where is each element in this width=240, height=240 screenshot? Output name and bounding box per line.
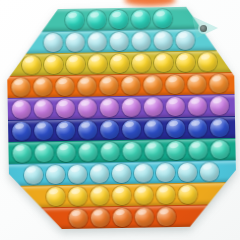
bubble-r6c2-unpopped[interactable] — [34, 121, 53, 140]
bubble-r1c3-unpopped[interactable] — [109, 9, 128, 28]
bubble-r7c1-unpopped[interactable] — [12, 144, 31, 163]
bubble-socket — [155, 206, 176, 227]
bubble-r3c2-unpopped[interactable] — [43, 55, 62, 74]
popit-toy — [0, 0, 240, 240]
bubble-r10c5-unpopped[interactable] — [156, 207, 175, 226]
bubble-socket — [186, 117, 207, 138]
bubble-socket — [42, 32, 63, 53]
bubble-r7c5-unpopped[interactable] — [100, 142, 119, 161]
bubble-socket — [120, 119, 141, 140]
bubble-r4c10-unpopped[interactable] — [209, 74, 228, 93]
bubble-r8c5-unpopped[interactable] — [111, 164, 130, 183]
bubble-r8c7-unpopped[interactable] — [155, 163, 174, 182]
bubble-r4c9-unpopped[interactable] — [187, 74, 206, 93]
popit-toy-wrap — [0, 0, 240, 240]
bubble-r1c1-unpopped[interactable] — [65, 10, 84, 29]
bubble-r2c7-unpopped[interactable] — [175, 31, 194, 50]
bubble-socket — [88, 163, 109, 184]
bubble-r6c7-unpopped[interactable] — [143, 119, 162, 138]
bubble-r7c4-unpopped[interactable] — [78, 142, 97, 161]
bubble-socket — [152, 8, 173, 29]
bubble-r6c5-unpopped[interactable] — [100, 120, 119, 139]
bubble-socket — [86, 53, 107, 74]
bubble-socket — [186, 73, 207, 94]
bubble-r7c9-unpopped[interactable] — [188, 140, 207, 159]
bubble-r6c6-unpopped[interactable] — [121, 120, 140, 139]
bubble-r7c2-unpopped[interactable] — [34, 143, 53, 162]
bubble-r4c8-unpopped[interactable] — [165, 75, 184, 94]
bubble-r4c7-unpopped[interactable] — [143, 75, 162, 94]
bubble-r9c1-unpopped[interactable] — [46, 187, 65, 206]
bubble-r5c3-unpopped[interactable] — [55, 99, 74, 118]
bubble-socket — [121, 141, 142, 162]
bubble-socket — [132, 162, 153, 183]
popit-rows — [0, 6, 240, 230]
bubble-socket — [54, 98, 75, 119]
bubble-r8c9-unpopped[interactable] — [199, 162, 218, 181]
bubble-socket — [120, 97, 141, 118]
bubble-socket — [64, 9, 85, 30]
bubble-socket — [45, 186, 66, 207]
bubble-r4c4-unpopped[interactable] — [77, 76, 96, 95]
bubble-r6c1-unpopped[interactable] — [12, 122, 31, 141]
bubble-socket — [89, 207, 110, 228]
bubble-socket — [174, 30, 195, 51]
bubble-r3c1-unpopped[interactable] — [21, 55, 40, 74]
bubble-socket — [198, 161, 219, 182]
bubble-r3c5-unpopped[interactable] — [109, 54, 128, 73]
bubble-r6c9-unpopped[interactable] — [187, 118, 206, 137]
bubble-r1c5-unpopped[interactable] — [153, 9, 172, 28]
bubble-socket — [20, 54, 41, 75]
bubble-r1c4-unpopped[interactable] — [131, 9, 150, 28]
bubble-socket — [98, 75, 119, 96]
bubble-socket — [86, 31, 107, 52]
bubble-socket — [164, 118, 185, 139]
bubble-r8c3-unpopped[interactable] — [67, 165, 86, 184]
bubble-socket — [42, 54, 63, 75]
bubble-r8c6-unpopped[interactable] — [133, 163, 152, 182]
bubble-socket — [164, 74, 185, 95]
bubble-socket — [64, 54, 85, 75]
bubble-r2c4-unpopped[interactable] — [109, 32, 128, 51]
bubble-r9c5-unpopped[interactable] — [134, 185, 153, 204]
bubble-r7c10-unpopped[interactable] — [210, 140, 229, 159]
bubble-r4c5-unpopped[interactable] — [99, 76, 118, 95]
bubble-r10c3-unpopped[interactable] — [112, 208, 131, 227]
bubble-r8c2-unpopped[interactable] — [45, 165, 64, 184]
bubble-socket — [196, 51, 217, 72]
bubble-r7c6-unpopped[interactable] — [122, 142, 141, 161]
bubble-socket — [22, 164, 43, 185]
popit-row-10-red-orange — [2, 204, 240, 230]
bubble-r5c8-unpopped[interactable] — [165, 97, 184, 116]
bubble-socket — [32, 120, 53, 141]
bubble-r2c3-unpopped[interactable] — [87, 32, 106, 51]
bubble-socket — [55, 142, 76, 163]
bubble-socket — [209, 139, 230, 160]
bubble-socket — [32, 98, 53, 119]
bubble-socket — [89, 185, 110, 206]
bubble-r4c3-unpopped[interactable] — [55, 77, 74, 96]
bubble-socket — [54, 76, 75, 97]
bubble-socket — [143, 140, 164, 161]
bubble-socket — [110, 163, 131, 184]
bubble-r3c9-unpopped[interactable] — [197, 52, 216, 71]
bubble-socket — [77, 141, 98, 162]
bubble-socket — [186, 95, 207, 116]
bubble-socket — [133, 206, 154, 227]
bubble-socket — [54, 120, 75, 141]
bubble-r9c3-unpopped[interactable] — [90, 186, 109, 205]
bubble-r8c1-unpopped[interactable] — [23, 165, 42, 184]
hang-hole-icon — [200, 25, 207, 32]
bubble-socket — [108, 31, 129, 52]
bubble-socket — [76, 97, 97, 118]
bubble-socket — [152, 52, 173, 73]
bubble-socket — [111, 185, 132, 206]
bubble-socket — [208, 73, 229, 94]
bubble-r3c8-unpopped[interactable] — [175, 53, 194, 72]
bubble-socket — [11, 143, 32, 164]
bubble-socket — [10, 99, 31, 120]
bubble-r4c2-unpopped[interactable] — [33, 77, 52, 96]
bubble-socket — [208, 95, 229, 116]
bubble-r1c2-unpopped[interactable] — [87, 10, 106, 29]
bubble-socket — [187, 139, 208, 160]
bubble-socket — [108, 53, 129, 74]
bubble-r6c10-unpopped[interactable] — [209, 118, 228, 137]
bubble-r2c6-unpopped[interactable] — [153, 31, 172, 50]
bubble-socket — [130, 52, 151, 73]
bubble-r5c4-unpopped[interactable] — [77, 98, 96, 117]
bubble-socket — [208, 117, 229, 138]
bubble-r4c1-unpopped[interactable] — [11, 78, 30, 97]
bubble-r5c10-unpopped[interactable] — [209, 96, 228, 115]
bubble-socket — [67, 208, 88, 229]
bubble-socket — [155, 184, 176, 205]
bubble-r6c3-unpopped[interactable] — [56, 121, 75, 140]
bubble-socket — [64, 32, 85, 53]
bubble-r7c8-unpopped[interactable] — [166, 141, 185, 160]
bubble-r3c6-unpopped[interactable] — [131, 53, 150, 72]
bubble-r9c7-unpopped[interactable] — [178, 185, 197, 204]
bubble-socket — [120, 75, 141, 96]
bubble-socket — [76, 75, 97, 96]
bubble-r2c2-unpopped[interactable] — [65, 33, 84, 52]
bubble-socket — [176, 162, 197, 183]
bubble-socket — [142, 96, 163, 117]
bubble-socket — [44, 164, 65, 185]
bubble-r5c9-unpopped[interactable] — [187, 96, 206, 115]
bubble-r8c4-unpopped[interactable] — [89, 164, 108, 183]
bubble-socket — [142, 74, 163, 95]
bubble-r10c2-unpopped[interactable] — [90, 208, 109, 227]
bubble-socket — [86, 9, 107, 30]
bubble-socket — [142, 118, 163, 139]
bubble-r9c4-unpopped[interactable] — [112, 186, 131, 205]
bubble-socket — [108, 8, 129, 29]
bubble-r3c7-unpopped[interactable] — [153, 53, 172, 72]
bubble-r7c3-unpopped[interactable] — [56, 143, 75, 162]
bubble-r3c3-unpopped[interactable] — [65, 55, 84, 74]
photo-scene — [0, 0, 240, 240]
bubble-socket — [152, 30, 173, 51]
bubble-r10c1-unpopped[interactable] — [68, 209, 87, 228]
bubble-r7c7-unpopped[interactable] — [144, 141, 163, 160]
bubble-socket — [154, 162, 175, 183]
bubble-socket — [99, 141, 120, 162]
bubble-r9c2-unpopped[interactable] — [68, 187, 87, 206]
bubble-socket — [10, 121, 31, 142]
bubble-r8c8-unpopped[interactable] — [177, 163, 196, 182]
bubble-socket — [10, 77, 31, 98]
bubble-r10c4-unpopped[interactable] — [134, 207, 153, 226]
bubble-r2c1-unpopped[interactable] — [43, 33, 62, 52]
bubble-socket — [174, 52, 195, 73]
bubble-socket — [177, 184, 198, 205]
bubble-r9c6-unpopped[interactable] — [156, 185, 175, 204]
bubble-socket — [67, 186, 88, 207]
bubble-r5c2-unpopped[interactable] — [33, 99, 52, 118]
bubble-r5c7-unpopped[interactable] — [143, 97, 162, 116]
bubble-r2c5-unpopped[interactable] — [131, 31, 150, 50]
bubble-socket — [130, 30, 151, 51]
bubble-socket — [33, 142, 54, 163]
bubble-r5c6-unpopped[interactable] — [121, 98, 140, 117]
bubble-socket — [130, 8, 151, 29]
bubble-socket — [98, 119, 119, 140]
bubble-socket — [133, 184, 154, 205]
bubble-socket — [76, 119, 97, 140]
bubble-r5c5-unpopped[interactable] — [99, 98, 118, 117]
bubble-r6c8-unpopped[interactable] — [165, 119, 184, 138]
bubble-r4c6-unpopped[interactable] — [121, 76, 140, 95]
bubble-socket — [66, 164, 87, 185]
bubble-socket — [165, 140, 186, 161]
bubble-socket — [32, 76, 53, 97]
bubble-socket — [164, 96, 185, 117]
bubble-r5c1-unpopped[interactable] — [11, 100, 30, 119]
bubble-socket — [111, 207, 132, 228]
bubble-r3c4-unpopped[interactable] — [87, 54, 106, 73]
bubble-r6c4-unpopped[interactable] — [78, 120, 97, 139]
bubble-socket — [98, 97, 119, 118]
